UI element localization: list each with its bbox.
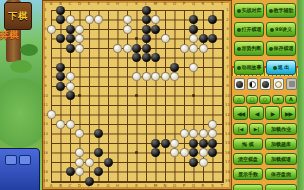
black-stone bbox=[66, 25, 75, 34]
black-stone bbox=[142, 53, 151, 62]
markup-tool-○[interactable]: ○ bbox=[259, 95, 271, 104]
black-stone bbox=[199, 34, 208, 43]
white-stone bbox=[75, 25, 84, 34]
coordinate-label: 6 bbox=[224, 56, 231, 60]
button-label: 打开棋谱 bbox=[242, 27, 262, 32]
button-dot-icon bbox=[269, 9, 273, 13]
star-point bbox=[135, 94, 138, 97]
coordinate-label: J bbox=[123, 2, 131, 6]
black-stone bbox=[85, 177, 94, 186]
white-stone bbox=[170, 72, 179, 81]
panel-button-保存棋谱[interactable]: 保存棋谱 bbox=[266, 41, 296, 56]
white-stone bbox=[180, 129, 189, 138]
button-label: 加载棋谱 bbox=[271, 157, 291, 162]
coordinate-label: 1 bbox=[224, 8, 231, 12]
white-stone bbox=[208, 120, 217, 129]
button-label: ▶▶ bbox=[285, 111, 292, 116]
white-stone bbox=[94, 15, 103, 24]
panel-button-动画故事[interactable]: 动画故事 bbox=[234, 60, 264, 75]
white-stone bbox=[161, 72, 170, 81]
button-label: 显示手数 bbox=[238, 172, 258, 177]
white-stone bbox=[180, 148, 189, 157]
nav-button-2[interactable]: ▶ bbox=[265, 106, 280, 120]
coordinate-label: H bbox=[114, 184, 122, 188]
button-label: 实战对弈 bbox=[242, 8, 262, 13]
coordinate-label: 16 bbox=[42, 151, 49, 155]
coordinate-label: E bbox=[85, 2, 93, 6]
coordinate-label: F bbox=[95, 2, 103, 6]
coordinate-label: H bbox=[114, 2, 122, 6]
black-stone bbox=[66, 167, 75, 176]
black-stone bbox=[142, 25, 151, 34]
coordinate-label: C bbox=[66, 2, 74, 6]
coordinate-label: 14 bbox=[224, 132, 231, 136]
coordinate-label: 14 bbox=[42, 132, 49, 136]
logo-text: 弈棋 bbox=[0, 29, 22, 43]
star-point bbox=[78, 94, 81, 97]
black-stone bbox=[189, 148, 198, 157]
coordinate-label: D bbox=[76, 184, 84, 188]
panel-button-99讲义[interactable]: 99讲义 bbox=[266, 22, 296, 37]
black-stone bbox=[208, 139, 217, 148]
black-stone-icon bbox=[262, 81, 269, 88]
black-stone bbox=[66, 44, 75, 53]
black-stone bbox=[189, 158, 198, 167]
button-label: △ bbox=[237, 97, 241, 102]
coordinate-label: J bbox=[123, 184, 131, 188]
white-stone bbox=[161, 34, 170, 43]
load-record-button[interactable]: 加载棋谱 bbox=[265, 153, 297, 165]
black-stone bbox=[56, 63, 65, 72]
white-stone bbox=[66, 120, 75, 129]
markup-tool-A[interactable]: A bbox=[285, 95, 297, 104]
black-stone bbox=[56, 6, 65, 15]
leaf-icon bbox=[10, 60, 32, 73]
button-label: A bbox=[289, 97, 293, 102]
coordinate-label: 7 bbox=[42, 65, 49, 69]
button-label: 保存棋谱 bbox=[274, 46, 294, 51]
button-dot-icon bbox=[237, 9, 241, 13]
coordinate-label: M bbox=[152, 184, 160, 188]
black-stone bbox=[94, 129, 103, 138]
star-point bbox=[192, 94, 195, 97]
coordinate-label: O bbox=[171, 2, 179, 6]
markup-tool-✕[interactable]: ✕ bbox=[272, 95, 284, 104]
black-stone bbox=[56, 15, 65, 24]
black-stone bbox=[208, 15, 217, 24]
coordinate-label: 13 bbox=[42, 122, 49, 126]
coordinate-label: 6 bbox=[42, 56, 49, 60]
coordinate-label: 15 bbox=[224, 141, 231, 145]
minimized-window[interactable] bbox=[0, 148, 40, 190]
coordinate-label: 8 bbox=[224, 75, 231, 79]
black-white-stones-icon bbox=[249, 81, 256, 88]
white-stone bbox=[56, 120, 65, 129]
load-problems-button[interactable]: 加载题库 bbox=[265, 138, 297, 150]
button-label: ✕ bbox=[276, 97, 280, 102]
black-stone bbox=[189, 139, 198, 148]
coordinate-label: 15 bbox=[42, 141, 49, 145]
white-stone bbox=[85, 15, 94, 24]
button-label: ○ bbox=[263, 97, 267, 102]
coordinate-label: 10 bbox=[224, 94, 231, 98]
coordinate-label: S bbox=[209, 2, 217, 6]
coordinate-label: 9 bbox=[224, 84, 231, 88]
coordinate-label: 4 bbox=[42, 37, 49, 41]
go-board[interactable]: AABBCCDDEEFFGGHHJJKKLLMMNNOOPPQQRRSSTT11… bbox=[42, 0, 232, 190]
show-move-numbers-button[interactable]: 显示手数 bbox=[233, 168, 263, 180]
button-label: ▶ bbox=[271, 111, 275, 116]
button-dot-icon bbox=[237, 66, 241, 70]
coordinate-label: Q bbox=[190, 2, 198, 6]
button-dot-icon bbox=[270, 28, 274, 32]
white-stone bbox=[170, 148, 179, 157]
window-icon bbox=[5, 155, 17, 165]
coordinate-label: S bbox=[209, 184, 217, 188]
black-stone bbox=[151, 139, 160, 148]
white-stone bbox=[123, 44, 132, 53]
coordinate-label: Q bbox=[190, 184, 198, 188]
black-stone bbox=[56, 34, 65, 43]
black-stone bbox=[151, 148, 160, 157]
coordinate-label: N bbox=[161, 2, 169, 6]
white-stone bbox=[189, 63, 198, 72]
black-stone bbox=[94, 148, 103, 157]
coordinate-label: 1 bbox=[42, 8, 49, 12]
coordinate-label: M bbox=[152, 2, 160, 6]
panel-button-实战对弈[interactable]: 实战对弈 bbox=[234, 3, 264, 18]
panel-button-退 出[interactable]: 退 出 bbox=[266, 60, 296, 75]
panel-button-打开棋谱[interactable]: 打开棋谱 bbox=[234, 22, 264, 37]
button-label: 加载作业 bbox=[271, 127, 291, 132]
coordinate-label: P bbox=[180, 184, 188, 188]
coordinate-label: R bbox=[199, 2, 207, 6]
white-stone bbox=[151, 15, 160, 24]
clear-board-button[interactable]: 清空棋盘 bbox=[233, 153, 263, 165]
coordinate-label: 3 bbox=[224, 27, 231, 31]
white-stone bbox=[113, 44, 122, 53]
white-stone bbox=[75, 167, 84, 176]
black-stone bbox=[132, 53, 141, 62]
button-label: 教学辅助 bbox=[274, 8, 294, 13]
window-icon bbox=[19, 155, 31, 165]
white-stone bbox=[75, 148, 84, 157]
white-stone bbox=[75, 34, 84, 43]
coordinate-label: L bbox=[142, 184, 150, 188]
black-stone bbox=[170, 63, 179, 72]
coordinate-label: T bbox=[218, 184, 226, 188]
coordinate-label: 11 bbox=[224, 103, 231, 107]
white-stone bbox=[123, 15, 132, 24]
button-label: 加载题库 bbox=[271, 142, 291, 147]
coordinate-label: 9 bbox=[42, 84, 49, 88]
white-stone bbox=[151, 72, 160, 81]
save-board-button[interactable]: 保存盘面 bbox=[265, 168, 297, 180]
coordinate-label: 16 bbox=[224, 151, 231, 155]
jungle-background: 下棋 弈棋 bbox=[0, 0, 42, 190]
load-homework-button[interactable]: 加载作业 bbox=[265, 123, 297, 135]
black-stone bbox=[66, 34, 75, 43]
black-stone bbox=[199, 139, 208, 148]
step-next[interactable]: ▶| bbox=[249, 123, 264, 135]
coordinate-label: G bbox=[104, 2, 112, 6]
coordinate-label: 5 bbox=[42, 46, 49, 50]
white-stone bbox=[66, 72, 75, 81]
undo-button[interactable]: 悔 棋 bbox=[233, 138, 263, 150]
white-stone bbox=[180, 44, 189, 53]
black-stone bbox=[56, 72, 65, 81]
white-stone bbox=[75, 129, 84, 138]
leaf-icon bbox=[20, 44, 38, 56]
black-stone bbox=[151, 25, 160, 34]
coordinate-label: D bbox=[76, 2, 84, 6]
black-stone bbox=[142, 44, 151, 53]
white-stone bbox=[208, 129, 217, 138]
step-prev[interactable]: |◀ bbox=[233, 123, 248, 135]
white-stone bbox=[132, 72, 141, 81]
button-dot-icon bbox=[237, 28, 241, 32]
coordinate-label: A bbox=[47, 2, 55, 6]
black-stone bbox=[56, 82, 65, 91]
coordinate-label: 13 bbox=[224, 122, 231, 126]
stone-toggle-off[interactable] bbox=[286, 78, 297, 90]
black-stone bbox=[189, 25, 198, 34]
black-stone bbox=[189, 15, 198, 24]
black-stone bbox=[132, 44, 141, 53]
black-stone bbox=[142, 15, 151, 24]
coordinate-label: 10 bbox=[42, 94, 49, 98]
white-stone bbox=[199, 158, 208, 167]
black-stone bbox=[94, 167, 103, 176]
button-label: 退 出 bbox=[278, 65, 290, 70]
button-label: □ bbox=[250, 97, 255, 102]
coordinate-label: 11 bbox=[42, 103, 49, 107]
coordinate-label: 4 bbox=[224, 37, 231, 41]
coordinate-label: 18 bbox=[224, 170, 231, 174]
button-label: 形势判断 bbox=[242, 46, 262, 51]
coordinate-label: C bbox=[66, 184, 74, 188]
button-label: 悔 棋 bbox=[242, 142, 254, 147]
coordinate-label: 7 bbox=[224, 65, 231, 69]
white-stone bbox=[189, 129, 198, 138]
coordinate-label: 19 bbox=[42, 179, 49, 183]
wooden-sign: 下棋 bbox=[4, 2, 32, 30]
coordinate-label: 19 bbox=[224, 179, 231, 183]
coordinate-label: 17 bbox=[42, 160, 49, 164]
markup-tool-□[interactable]: □ bbox=[246, 95, 258, 104]
white-stone bbox=[142, 72, 151, 81]
white-stone bbox=[123, 25, 132, 34]
coordinate-label: F bbox=[95, 184, 103, 188]
white-stone bbox=[199, 44, 208, 53]
white-stone bbox=[199, 148, 208, 157]
button-label: 动画故事 bbox=[242, 65, 262, 70]
white-stone bbox=[75, 158, 84, 167]
markup-tool-△[interactable]: △ bbox=[233, 95, 245, 104]
black-stone bbox=[161, 139, 170, 148]
star-point bbox=[135, 37, 138, 40]
white-stone bbox=[189, 34, 198, 43]
button-dot-icon bbox=[273, 66, 277, 70]
coordinate-label: O bbox=[171, 184, 179, 188]
white-stone bbox=[85, 158, 94, 167]
coordinate-label: N bbox=[161, 184, 169, 188]
white-stone-icon bbox=[275, 81, 282, 88]
coordinate-label: 17 bbox=[224, 160, 231, 164]
coordinate-label: 8 bbox=[42, 75, 49, 79]
coordinate-label: 5 bbox=[224, 46, 231, 50]
coordinate-label: A bbox=[47, 184, 55, 188]
panel-button-形势判断[interactable]: 形势判断 bbox=[234, 41, 264, 56]
black-stone bbox=[142, 34, 151, 43]
coordinate-label: G bbox=[104, 184, 112, 188]
button-label: ◀◀ bbox=[237, 111, 244, 116]
stone-toggle-black-stone[interactable] bbox=[234, 78, 245, 90]
coordinate-label: T bbox=[218, 2, 226, 6]
black-stone bbox=[208, 34, 217, 43]
black-stone bbox=[104, 158, 113, 167]
coordinate-label: K bbox=[133, 2, 141, 6]
white-stone bbox=[170, 139, 179, 148]
stone-toggle-black-white-stones[interactable] bbox=[247, 78, 258, 90]
black-stone bbox=[208, 148, 217, 157]
app-window: 下棋 弈棋 AABBCCDDEEFFGGHHJJKKLLMMNNOOPPQQRR… bbox=[0, 0, 304, 190]
off-icon bbox=[289, 81, 295, 87]
button-label: ▶| bbox=[254, 127, 260, 132]
white-stone bbox=[47, 25, 56, 34]
black-stone-icon bbox=[236, 81, 243, 88]
black-stone bbox=[142, 6, 151, 15]
coordinate-label: P bbox=[180, 2, 188, 6]
coordinate-label: 2 bbox=[42, 18, 49, 22]
nav-button-1[interactable]: ◀ bbox=[249, 106, 264, 120]
nav-button-3[interactable]: ▶▶ bbox=[281, 106, 296, 120]
control-panel: 实战对弈教学辅助打开棋谱99讲义形势判断保存棋谱动画故事退 出△□○✕A◀◀◀▶… bbox=[232, 0, 304, 190]
coordinate-label: 12 bbox=[224, 113, 231, 117]
stone-toggle-white-stone[interactable] bbox=[273, 78, 284, 90]
coordinate-label: R bbox=[199, 184, 207, 188]
white-stone bbox=[199, 129, 208, 138]
button-label: |◀ bbox=[238, 127, 244, 132]
coordinate-label: B bbox=[57, 184, 65, 188]
panel-button-教学辅助[interactable]: 教学辅助 bbox=[266, 3, 296, 18]
button-dot-icon bbox=[237, 47, 241, 51]
white-stone bbox=[66, 15, 75, 24]
star-point bbox=[135, 151, 138, 154]
coordinate-label: 18 bbox=[42, 170, 49, 174]
white-stone bbox=[189, 44, 198, 53]
coordinate-label: K bbox=[133, 184, 141, 188]
button-label: 99讲义 bbox=[275, 27, 292, 32]
cut-button[interactable] bbox=[233, 184, 263, 190]
black-stone bbox=[151, 53, 160, 62]
white-stone bbox=[66, 82, 75, 91]
button-dot-icon bbox=[269, 47, 273, 51]
coordinate-label: 2 bbox=[224, 18, 231, 22]
cut-button[interactable] bbox=[265, 184, 297, 190]
button-label: 保存盘面 bbox=[271, 172, 291, 177]
black-stone bbox=[66, 91, 75, 100]
button-label: 清空棋盘 bbox=[238, 157, 258, 162]
button-label: ◀ bbox=[255, 111, 259, 116]
nav-button-0[interactable]: ◀◀ bbox=[233, 106, 248, 120]
white-stone bbox=[47, 110, 56, 119]
stone-toggle-black-stone[interactable] bbox=[260, 78, 271, 90]
white-stone bbox=[75, 44, 84, 53]
